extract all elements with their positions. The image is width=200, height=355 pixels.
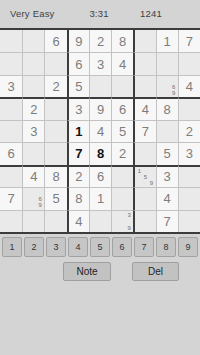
given-digit: 1 [164,34,171,49]
cell-r4c9[interactable] [178,97,200,119]
cell-r6c9[interactable]: 3 [178,142,200,164]
cell-r2c1[interactable] [0,52,22,74]
note-button[interactable]: Note [63,262,111,281]
given-digit: 5 [119,124,126,139]
cell-r4c3[interactable] [44,97,66,119]
user-digit: 1 [75,124,82,139]
pencil-mark-slot: 9 [148,180,154,186]
pencil-marks: 69 [157,76,178,97]
cell-r1c1[interactable] [0,30,22,52]
cell-r2c5[interactable]: 3 [89,52,111,74]
given-digit: 6 [7,146,14,161]
cell-r6c2[interactable] [22,142,44,164]
cell-r2c3[interactable] [44,52,66,74]
pencil-mark-slot: 9 [170,90,176,96]
cell-r6c8[interactable]: 5 [156,142,178,164]
cell-r3c9[interactable]: 4 [178,75,200,97]
numpad-button-7[interactable]: 7 [134,237,154,257]
given-digit: 7 [142,124,149,139]
cell-r5c2[interactable]: 3 [22,120,44,142]
number-pad: 123456789 [0,237,200,257]
given-digit: 8 [164,102,171,117]
cell-r6c4[interactable]: 7 [67,142,89,164]
given-digit: 4 [142,102,149,117]
numpad-button-6[interactable]: 6 [112,237,132,257]
given-digit: 6 [52,34,59,49]
user-digit: 7 [75,146,82,161]
cell-r8c6[interactable] [111,187,133,209]
cell-r9c5[interactable] [89,210,111,232]
cell-r5c5[interactable]: 4 [89,120,111,142]
cell-r7c6[interactable] [111,165,133,187]
cell-r8c8[interactable]: 4 [156,187,178,209]
top-bar: Very Easy 3:31 1241 [0,0,200,28]
given-digit: 3 [186,146,193,161]
given-digit: 5 [75,79,82,94]
numpad-button-3[interactable]: 3 [46,237,66,257]
cell-r7c1[interactable] [0,165,22,187]
cell-r6c1[interactable]: 6 [0,142,22,164]
pencil-marks: 159 [135,167,155,187]
pencil-marks: 39 [112,211,133,232]
given-digit: 5 [164,146,171,161]
cell-r7c9[interactable] [178,165,200,187]
cell-r5c7[interactable]: 7 [133,120,155,142]
given-digit: 2 [119,146,126,161]
given-digit: 6 [97,169,104,184]
cell-r4c7[interactable]: 4 [133,97,155,119]
cell-r5c3[interactable] [44,120,66,142]
numpad-button-2[interactable]: 2 [24,237,44,257]
given-digit: 7 [7,191,14,206]
cell-r1c3[interactable]: 6 [44,30,66,52]
given-digit: 2 [186,124,193,139]
cell-r3c4[interactable]: 5 [67,75,89,97]
given-digit: 3 [7,79,14,94]
cell-r3c5[interactable] [89,75,111,97]
given-digit: 3 [30,124,37,139]
cell-r8c3[interactable]: 5 [44,187,66,209]
cell-r9c1[interactable] [0,210,22,232]
cell-r7c3[interactable]: 8 [44,165,66,187]
cell-r1c4[interactable]: 9 [67,30,89,52]
cell-r1c8[interactable]: 1 [156,30,178,52]
cell-r7c8[interactable]: 3 [156,165,178,187]
cell-r7c7[interactable]: 159 [133,165,155,187]
cell-r4c6[interactable]: 6 [111,97,133,119]
given-digit: 4 [75,214,82,229]
cell-r7c4[interactable]: 2 [67,165,89,187]
cell-r6c7[interactable] [133,142,155,164]
cell-r6c6[interactable]: 2 [111,142,133,164]
cell-r8c7[interactable] [133,187,155,209]
cell-r2c4[interactable]: 6 [67,52,89,74]
cell-r3c3[interactable]: 2 [44,75,66,97]
cell-r2c2[interactable] [22,52,44,74]
cell-r5c8[interactable] [156,120,178,142]
cell-r5c1[interactable] [0,120,22,142]
cell-r1c9[interactable]: 7 [178,30,200,52]
cell-r5c4[interactable]: 1 [67,120,89,142]
numpad-button-9[interactable]: 9 [178,237,198,257]
given-digit: 4 [30,169,37,184]
cell-r3c8[interactable]: 69 [156,75,178,97]
given-digit: 9 [75,34,82,49]
timer: 3:31 [89,8,108,19]
pencil-mark-slot: 9 [126,225,132,231]
sudoku-board: 6928176343256942396483145726782534826159… [0,28,200,234]
given-digit: 5 [52,191,59,206]
cell-r8c4[interactable]: 8 [67,187,89,209]
given-digit: 3 [164,169,171,184]
given-digit: 8 [75,191,82,206]
cell-r4c2[interactable]: 2 [22,97,44,119]
cell-r8c5[interactable]: 1 [89,187,111,209]
cell-r4c5[interactable]: 9 [89,97,111,119]
cell-r7c5[interactable]: 6 [89,165,111,187]
cell-r8c9[interactable] [178,187,200,209]
pencil-marks: 69 [23,188,44,209]
numpad-button-5[interactable]: 5 [90,237,110,257]
cell-r1c7[interactable] [133,30,155,52]
cell-r9c2[interactable] [22,210,44,232]
given-digit: 1 [97,191,104,206]
given-digit: 6 [119,102,126,117]
given-digit: 8 [52,169,59,184]
cell-r1c6[interactable]: 8 [111,30,133,52]
cell-r8c1[interactable]: 7 [0,187,22,209]
cell-r4c1[interactable] [0,97,22,119]
cell-r9c3[interactable] [44,210,66,232]
given-digit: 2 [97,34,104,49]
given-digit: 8 [119,34,126,49]
cell-r2c8[interactable] [156,52,178,74]
cell-r2c6[interactable]: 4 [111,52,133,74]
score: 1241 [140,8,162,19]
cell-r2c7[interactable] [133,52,155,74]
cell-r9c6[interactable]: 39 [111,210,133,232]
cell-r4c4[interactable]: 3 [67,97,89,119]
cell-r4c8[interactable]: 8 [156,97,178,119]
cell-r5c9[interactable]: 2 [178,120,200,142]
given-digit: 7 [186,34,193,49]
cell-r6c3[interactable] [44,142,66,164]
cell-r9c8[interactable]: 7 [156,210,178,232]
cell-r1c2[interactable] [22,30,44,52]
given-digit: 9 [97,102,104,117]
numpad-button-1[interactable]: 1 [2,237,22,257]
cell-r5c6[interactable]: 5 [111,120,133,142]
cell-r3c1[interactable]: 3 [0,75,22,97]
cell-r6c5[interactable]: 8 [89,142,111,164]
cell-r3c2[interactable] [22,75,44,97]
given-digit: 6 [75,57,82,72]
cell-r9c9[interactable] [178,210,200,232]
given-digit: 4 [97,124,104,139]
given-digit: 3 [75,102,82,117]
given-digit: 2 [52,79,59,94]
given-digit: 2 [75,169,82,184]
given-digit: 2 [30,102,37,117]
given-digit: 4 [119,57,126,72]
cell-r2c9[interactable] [178,52,200,74]
cell-r3c6[interactable] [111,75,133,97]
delete-button[interactable]: Del [132,262,179,281]
given-digit: 4 [186,79,193,94]
given-digit: 4 [164,191,171,206]
cell-r1c5[interactable]: 2 [89,30,111,52]
cell-r8c2[interactable]: 69 [22,187,44,209]
pencil-mark-slot: 9 [37,202,43,208]
given-digit: 7 [164,214,171,229]
numpad-button-8[interactable]: 8 [156,237,176,257]
cell-r9c4[interactable]: 4 [67,210,89,232]
cell-r3c7[interactable] [133,75,155,97]
user-digit: 8 [97,146,104,161]
cell-r7c2[interactable]: 4 [22,165,44,187]
numpad-button-4[interactable]: 4 [68,237,88,257]
cell-r9c7[interactable] [133,210,155,232]
difficulty-label: Very Easy [10,8,55,19]
given-digit: 3 [97,57,104,72]
